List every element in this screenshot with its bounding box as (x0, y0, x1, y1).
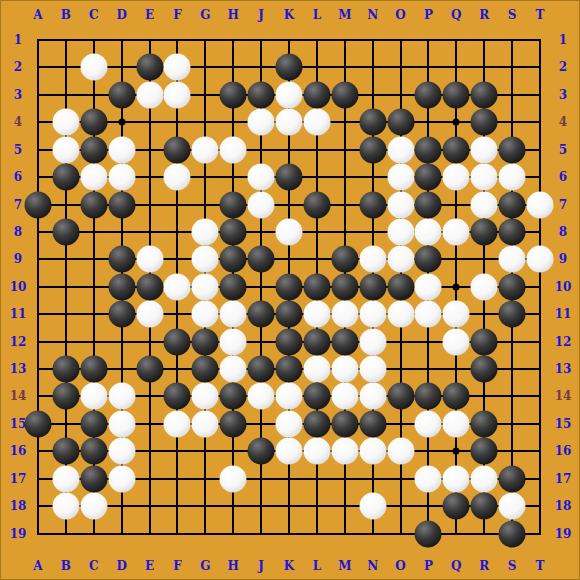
white-stone-R5[interactable] (471, 136, 498, 163)
black-stone-S7[interactable] (499, 191, 526, 218)
black-stone-P9[interactable] (415, 246, 442, 273)
row-label-left-1: 1 (14, 34, 22, 46)
row-label-left-6: 6 (14, 171, 22, 183)
col-label-bottom-D: D (116, 560, 126, 572)
white-stone-M14[interactable] (331, 383, 358, 410)
col-label-top-L: L (313, 9, 321, 21)
black-stone-N10[interactable] (359, 273, 386, 300)
black-stone-E10[interactable] (136, 273, 163, 300)
white-stone-F10[interactable] (164, 273, 191, 300)
black-stone-K13[interactable] (276, 356, 303, 383)
black-stone-C4[interactable] (80, 109, 107, 136)
white-stone-G14[interactable] (192, 383, 219, 410)
black-stone-R8[interactable] (471, 218, 498, 245)
white-stone-S6[interactable] (499, 164, 526, 191)
black-stone-H10[interactable] (220, 273, 247, 300)
row-label-left-17: 17 (10, 473, 27, 485)
white-stone-F6[interactable] (164, 164, 191, 191)
col-label-top-B: B (61, 9, 71, 21)
black-stone-R4[interactable] (471, 109, 498, 136)
row-label-left-9: 9 (14, 253, 22, 265)
black-stone-B13[interactable] (52, 356, 79, 383)
white-stone-L16[interactable] (303, 438, 330, 465)
black-stone-P7[interactable] (415, 191, 442, 218)
black-stone-J13[interactable] (248, 356, 275, 383)
black-stone-F5[interactable] (164, 136, 191, 163)
black-stone-K12[interactable] (276, 328, 303, 355)
col-label-top-Q: Q (451, 9, 461, 21)
row-label-left-11: 11 (10, 308, 27, 320)
col-label-bottom-C: C (89, 560, 99, 572)
black-stone-N15[interactable] (359, 410, 386, 437)
black-stone-R16[interactable] (471, 438, 498, 465)
white-stone-O16[interactable] (387, 438, 414, 465)
black-stone-M3[interactable] (331, 81, 358, 108)
row-label-right-18: 18 (555, 500, 572, 512)
black-stone-Q14[interactable] (443, 383, 470, 410)
white-stone-E11[interactable] (136, 301, 163, 328)
white-stone-P8[interactable] (415, 218, 442, 245)
white-stone-J6[interactable] (248, 164, 275, 191)
white-stone-T7[interactable] (527, 191, 554, 218)
white-stone-O6[interactable] (387, 164, 414, 191)
white-stone-M11[interactable] (331, 301, 358, 328)
white-stone-R6[interactable] (471, 164, 498, 191)
white-stone-K8[interactable] (276, 218, 303, 245)
white-stone-R10[interactable] (471, 273, 498, 300)
white-stone-N18[interactable] (359, 493, 386, 520)
white-stone-M13[interactable] (331, 356, 358, 383)
col-label-bottom-B: B (61, 560, 71, 572)
row-label-left-12: 12 (10, 336, 27, 348)
col-label-bottom-R: R (479, 560, 489, 572)
black-stone-S5[interactable] (499, 136, 526, 163)
white-stone-L13[interactable] (303, 356, 330, 383)
black-stone-P14[interactable] (415, 383, 442, 410)
black-stone-P6[interactable] (415, 164, 442, 191)
col-label-top-C: C (89, 9, 99, 21)
col-label-top-S: S (508, 9, 517, 21)
white-stone-H12[interactable] (220, 328, 247, 355)
white-stone-P15[interactable] (415, 410, 442, 437)
col-label-top-H: H (228, 9, 239, 21)
black-stone-J9[interactable] (248, 246, 275, 273)
white-stone-S18[interactable] (499, 493, 526, 520)
black-stone-H9[interactable] (220, 246, 247, 273)
white-stone-D14[interactable] (108, 383, 135, 410)
white-stone-K3[interactable] (276, 81, 303, 108)
black-stone-R15[interactable] (471, 410, 498, 437)
black-stone-O14[interactable] (387, 383, 414, 410)
black-stone-Q3[interactable] (443, 81, 470, 108)
row-label-left-18: 18 (10, 500, 27, 512)
white-stone-G9[interactable] (192, 246, 219, 273)
row-label-right-13: 13 (555, 363, 572, 375)
white-stone-C14[interactable] (80, 383, 107, 410)
white-stone-T9[interactable] (527, 246, 554, 273)
white-stone-J14[interactable] (248, 383, 275, 410)
black-stone-P3[interactable] (415, 81, 442, 108)
black-stone-B14[interactable] (52, 383, 79, 410)
col-label-top-E: E (145, 9, 154, 21)
row-label-right-19: 19 (555, 528, 572, 540)
row-label-right-4: 4 (559, 116, 567, 128)
col-label-bottom-G: G (200, 560, 210, 572)
white-stone-D5[interactable] (108, 136, 135, 163)
col-label-bottom-K: K (284, 560, 294, 572)
white-stone-D15[interactable] (108, 410, 135, 437)
black-stone-F12[interactable] (164, 328, 191, 355)
black-stone-K11[interactable] (276, 301, 303, 328)
black-stone-S10[interactable] (499, 273, 526, 300)
row-label-right-12: 12 (555, 336, 572, 348)
col-label-top-O: O (395, 9, 405, 21)
col-label-bottom-J: J (258, 560, 264, 572)
white-stone-Q8[interactable] (443, 218, 470, 245)
row-label-left-10: 10 (10, 281, 27, 293)
white-stone-E3[interactable] (136, 81, 163, 108)
black-stone-L7[interactable] (303, 191, 330, 218)
black-stone-Q18[interactable] (443, 493, 470, 520)
col-label-top-A: A (33, 9, 42, 21)
white-stone-G11[interactable] (192, 301, 219, 328)
white-stone-O9[interactable] (387, 246, 414, 273)
white-stone-N16[interactable] (359, 438, 386, 465)
white-stone-K14[interactable] (276, 383, 303, 410)
black-stone-F14[interactable] (164, 383, 191, 410)
col-label-top-K: K (284, 9, 294, 21)
row-label-right-8: 8 (559, 226, 567, 238)
col-label-top-G: G (200, 9, 210, 21)
white-stone-H11[interactable] (220, 301, 247, 328)
white-stone-Q6[interactable] (443, 164, 470, 191)
col-label-bottom-L: L (313, 560, 321, 572)
black-stone-M12[interactable] (331, 328, 358, 355)
col-label-top-R: R (479, 9, 489, 21)
col-label-bottom-O: O (395, 560, 405, 572)
white-stone-Q11[interactable] (443, 301, 470, 328)
black-stone-H15[interactable] (220, 410, 247, 437)
black-stone-A15[interactable] (25, 410, 52, 437)
white-stone-E9[interactable] (136, 246, 163, 273)
row-label-right-1: 1 (559, 34, 567, 46)
black-stone-N4[interactable] (359, 109, 386, 136)
col-label-bottom-P: P (424, 560, 433, 572)
black-stone-M10[interactable] (331, 273, 358, 300)
black-stone-E13[interactable] (136, 356, 163, 383)
black-stone-R13[interactable] (471, 356, 498, 383)
white-stone-O5[interactable] (387, 136, 414, 163)
col-label-top-M: M (338, 9, 351, 21)
black-stone-R3[interactable] (471, 81, 498, 108)
row-label-right-5: 5 (559, 144, 567, 156)
white-stone-B18[interactable] (52, 493, 79, 520)
row-label-right-9: 9 (559, 253, 567, 265)
white-stone-F15[interactable] (164, 410, 191, 437)
black-stone-P5[interactable] (415, 136, 442, 163)
star-point-D4 (118, 119, 125, 126)
black-stone-R18[interactable] (471, 493, 498, 520)
black-stone-D10[interactable] (108, 273, 135, 300)
col-label-bottom-S: S (508, 560, 517, 572)
white-stone-Q15[interactable] (443, 410, 470, 437)
black-stone-S8[interactable] (499, 218, 526, 245)
white-stone-R7[interactable] (471, 191, 498, 218)
black-stone-D9[interactable] (108, 246, 135, 273)
col-label-bottom-Q: Q (451, 560, 461, 572)
black-stone-Q5[interactable] (443, 136, 470, 163)
row-label-right-10: 10 (555, 281, 572, 293)
row-label-right-14: 14 (555, 390, 572, 402)
black-stone-G13[interactable] (192, 356, 219, 383)
col-label-bottom-M: M (338, 560, 351, 572)
col-label-top-F: F (173, 9, 182, 21)
white-stone-F2[interactable] (164, 54, 191, 81)
white-stone-N9[interactable] (359, 246, 386, 273)
white-stone-D17[interactable] (108, 465, 135, 492)
white-stone-K4[interactable] (276, 109, 303, 136)
black-stone-L15[interactable] (303, 410, 330, 437)
row-label-left-5: 5 (14, 144, 22, 156)
black-stone-L14[interactable] (303, 383, 330, 410)
black-stone-H3[interactable] (220, 81, 247, 108)
col-label-bottom-N: N (367, 560, 378, 572)
white-stone-B5[interactable] (52, 136, 79, 163)
white-stone-P17[interactable] (415, 465, 442, 492)
white-stone-N12[interactable] (359, 328, 386, 355)
row-label-left-14: 14 (10, 390, 27, 402)
black-stone-E2[interactable] (136, 54, 163, 81)
white-stone-O7[interactable] (387, 191, 414, 218)
row-label-left-2: 2 (14, 61, 22, 73)
row-label-right-7: 7 (559, 199, 567, 211)
white-stone-L11[interactable] (303, 301, 330, 328)
grid-vline (37, 39, 39, 535)
white-stone-G8[interactable] (192, 218, 219, 245)
black-stone-A7[interactable] (25, 191, 52, 218)
black-stone-S19[interactable] (499, 520, 526, 547)
black-stone-B6[interactable] (52, 164, 79, 191)
black-stone-B8[interactable] (52, 218, 79, 245)
white-stone-N13[interactable] (359, 356, 386, 383)
white-stone-P11[interactable] (415, 301, 442, 328)
white-stone-D16[interactable] (108, 438, 135, 465)
black-stone-J11[interactable] (248, 301, 275, 328)
white-stone-M16[interactable] (331, 438, 358, 465)
row-label-right-15: 15 (555, 418, 572, 430)
white-stone-C2[interactable] (80, 54, 107, 81)
black-stone-K6[interactable] (276, 164, 303, 191)
col-label-top-D: D (116, 9, 126, 21)
star-point-Q16 (453, 448, 460, 455)
black-stone-N5[interactable] (359, 136, 386, 163)
black-stone-C17[interactable] (80, 465, 107, 492)
col-label-top-J: J (258, 9, 264, 21)
black-stone-D11[interactable] (108, 301, 135, 328)
white-stone-O11[interactable] (387, 301, 414, 328)
white-stone-F3[interactable] (164, 81, 191, 108)
row-label-left-7: 7 (14, 199, 22, 211)
white-stone-K16[interactable] (276, 438, 303, 465)
white-stone-Q12[interactable] (443, 328, 470, 355)
black-stone-C13[interactable] (80, 356, 107, 383)
row-label-left-13: 13 (10, 363, 27, 375)
row-label-right-17: 17 (555, 473, 572, 485)
white-stone-R17[interactable] (471, 465, 498, 492)
white-stone-C6[interactable] (80, 164, 107, 191)
white-stone-N11[interactable] (359, 301, 386, 328)
white-stone-B17[interactable] (52, 465, 79, 492)
black-stone-S17[interactable] (499, 465, 526, 492)
black-stone-J3[interactable] (248, 81, 275, 108)
row-label-right-6: 6 (559, 171, 567, 183)
black-stone-H8[interactable] (220, 218, 247, 245)
white-stone-J4[interactable] (248, 109, 275, 136)
black-stone-O10[interactable] (387, 273, 414, 300)
black-stone-G12[interactable] (192, 328, 219, 355)
col-label-top-N: N (367, 9, 378, 21)
col-label-bottom-T: T (536, 560, 545, 572)
black-stone-M15[interactable] (331, 410, 358, 437)
white-stone-H5[interactable] (220, 136, 247, 163)
col-label-bottom-E: E (145, 560, 154, 572)
black-stone-P19[interactable] (415, 520, 442, 547)
white-stone-G5[interactable] (192, 136, 219, 163)
white-stone-K15[interactable] (276, 410, 303, 437)
black-stone-J16[interactable] (248, 438, 275, 465)
row-label-left-4: 4 (14, 116, 22, 128)
black-stone-C7[interactable] (80, 191, 107, 218)
white-stone-H13[interactable] (220, 356, 247, 383)
white-stone-J7[interactable] (248, 191, 275, 218)
black-stone-L3[interactable] (303, 81, 330, 108)
star-point-Q10 (453, 283, 460, 290)
col-label-top-T: T (536, 9, 545, 21)
black-stone-N7[interactable] (359, 191, 386, 218)
black-stone-D7[interactable] (108, 191, 135, 218)
white-stone-H17[interactable] (220, 465, 247, 492)
black-stone-S11[interactable] (499, 301, 526, 328)
black-stone-L10[interactable] (303, 273, 330, 300)
black-stone-C15[interactable] (80, 410, 107, 437)
black-stone-O4[interactable] (387, 109, 414, 136)
black-stone-H14[interactable] (220, 383, 247, 410)
white-stone-N14[interactable] (359, 383, 386, 410)
col-label-top-P: P (424, 9, 433, 21)
grid-vline (539, 39, 541, 535)
white-stone-P10[interactable] (415, 273, 442, 300)
white-stone-Q17[interactable] (443, 465, 470, 492)
black-stone-C16[interactable] (80, 438, 107, 465)
black-stone-K2[interactable] (276, 54, 303, 81)
row-label-left-16: 16 (10, 445, 27, 457)
col-label-bottom-A: A (33, 560, 42, 572)
white-stone-C18[interactable] (80, 493, 107, 520)
go-board[interactable]: AABBCCDDEEFFGGHHJJKKLLMMNNOOPPQQRRSSTT11… (0, 0, 580, 580)
white-stone-S9[interactable] (499, 246, 526, 273)
row-label-left-19: 19 (10, 528, 27, 540)
white-stone-L4[interactable] (303, 109, 330, 136)
black-stone-M9[interactable] (331, 246, 358, 273)
black-stone-K10[interactable] (276, 273, 303, 300)
black-stone-B16[interactable] (52, 438, 79, 465)
star-point-Q4 (453, 119, 460, 126)
white-stone-G15[interactable] (192, 410, 219, 437)
row-label-right-11: 11 (555, 308, 572, 320)
row-label-right-2: 2 (559, 61, 567, 73)
col-label-bottom-F: F (173, 560, 182, 572)
black-stone-D3[interactable] (108, 81, 135, 108)
col-label-bottom-H: H (228, 560, 239, 572)
black-stone-L12[interactable] (303, 328, 330, 355)
row-label-left-8: 8 (14, 226, 22, 238)
row-label-right-16: 16 (555, 445, 572, 457)
white-stone-D6[interactable] (108, 164, 135, 191)
black-stone-H7[interactable] (220, 191, 247, 218)
black-stone-R12[interactable] (471, 328, 498, 355)
white-stone-G10[interactable] (192, 273, 219, 300)
row-label-left-3: 3 (14, 89, 22, 101)
row-label-right-3: 3 (559, 89, 567, 101)
white-stone-O8[interactable] (387, 218, 414, 245)
white-stone-B4[interactable] (52, 109, 79, 136)
black-stone-C5[interactable] (80, 136, 107, 163)
